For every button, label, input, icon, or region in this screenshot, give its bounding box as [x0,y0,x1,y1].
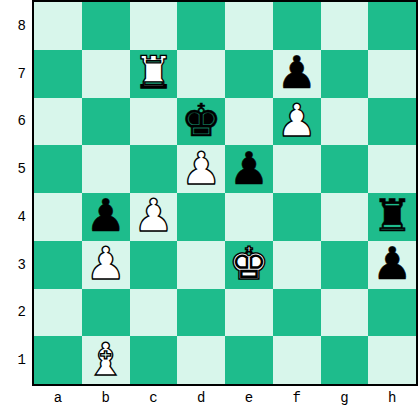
file-label-c: c [130,389,178,406]
rank-label-8: 8 [0,2,32,50]
square-b3[interactable]: ♟ [82,241,130,289]
square-d2[interactable] [177,289,225,337]
square-f2[interactable] [273,289,321,337]
square-b1[interactable]: ♝ [82,336,130,384]
black-pawn-h3[interactable]: ♟ [372,241,412,286]
file-label-b: b [82,389,130,406]
square-h4[interactable]: ♜ [368,193,416,241]
white-pawn-d5[interactable]: ♟ [181,146,221,191]
square-a5[interactable] [34,145,82,193]
rank-label-2: 2 [0,289,32,337]
square-f5[interactable] [273,145,321,193]
square-e5[interactable]: ♟ [225,145,273,193]
square-a8[interactable] [34,2,82,50]
square-h6[interactable] [368,98,416,146]
square-e4[interactable] [225,193,273,241]
square-g2[interactable] [321,289,369,337]
square-h7[interactable] [368,50,416,98]
square-d7[interactable] [177,50,225,98]
square-h8[interactable] [368,2,416,50]
square-c3[interactable] [130,241,178,289]
square-e7[interactable] [225,50,273,98]
white-pawn-b3[interactable]: ♟ [85,241,125,286]
square-h5[interactable] [368,145,416,193]
black-pawn-f7[interactable]: ♟ [276,50,316,95]
square-g8[interactable] [321,2,369,50]
square-a4[interactable] [34,193,82,241]
chess-diagram: 87654321 ♜♟♚♟♟♟♟♟♜♟♚♟♝ abcdefgh [0,0,418,418]
square-a3[interactable] [34,241,82,289]
black-pawn-e5[interactable]: ♟ [229,146,269,191]
square-d1[interactable] [177,336,225,384]
square-e2[interactable] [225,289,273,337]
square-b8[interactable] [82,2,130,50]
rank-label-4: 4 [0,193,32,241]
square-c5[interactable] [130,145,178,193]
square-g5[interactable] [321,145,369,193]
black-pawn-b4[interactable]: ♟ [85,193,125,238]
square-b4[interactable]: ♟ [82,193,130,241]
square-g6[interactable] [321,98,369,146]
square-d4[interactable] [177,193,225,241]
rank-label-6: 6 [0,98,32,146]
square-f1[interactable] [273,336,321,384]
square-g1[interactable] [321,336,369,384]
square-e8[interactable] [225,2,273,50]
square-g7[interactable] [321,50,369,98]
square-b6[interactable] [82,98,130,146]
square-a2[interactable] [34,289,82,337]
square-g3[interactable] [321,241,369,289]
file-label-f: f [273,389,321,406]
square-a7[interactable] [34,50,82,98]
white-pawn-c4[interactable]: ♟ [133,193,173,238]
square-h2[interactable] [368,289,416,337]
square-h1[interactable] [368,336,416,384]
square-d5[interactable]: ♟ [177,145,225,193]
square-c1[interactable] [130,336,178,384]
white-king-e3[interactable]: ♚ [229,241,269,286]
rank-label-7: 7 [0,50,32,98]
square-c4[interactable]: ♟ [130,193,178,241]
square-e3[interactable]: ♚ [225,241,273,289]
file-label-d: d [177,389,225,406]
white-rook-c7[interactable]: ♜ [133,50,173,95]
square-b2[interactable] [82,289,130,337]
square-h3[interactable]: ♟ [368,241,416,289]
square-f8[interactable] [273,2,321,50]
rank-label-3: 3 [0,241,32,289]
square-a6[interactable] [34,98,82,146]
square-f6[interactable]: ♟ [273,98,321,146]
file-labels: abcdefgh [34,389,416,406]
black-rook-h4[interactable]: ♜ [372,193,412,238]
square-f3[interactable] [273,241,321,289]
square-c6[interactable] [130,98,178,146]
file-label-g: g [321,389,369,406]
rank-label-5: 5 [0,145,32,193]
file-label-a: a [34,389,82,406]
square-b7[interactable] [82,50,130,98]
square-f4[interactable] [273,193,321,241]
square-a1[interactable] [34,336,82,384]
white-bishop-b1[interactable]: ♝ [85,337,125,382]
square-d3[interactable] [177,241,225,289]
black-king-d6[interactable]: ♚ [181,98,221,143]
square-b5[interactable] [82,145,130,193]
white-pawn-f6[interactable]: ♟ [276,98,316,143]
square-c2[interactable] [130,289,178,337]
file-label-h: h [368,389,416,406]
chess-board: ♜♟♚♟♟♟♟♟♜♟♚♟♝ [32,0,418,386]
rank-label-1: 1 [0,336,32,384]
square-e6[interactable] [225,98,273,146]
square-g4[interactable] [321,193,369,241]
square-c7[interactable]: ♜ [130,50,178,98]
square-d8[interactable] [177,2,225,50]
square-c8[interactable] [130,2,178,50]
rank-labels: 87654321 [0,2,32,384]
square-f7[interactable]: ♟ [273,50,321,98]
square-d6[interactable]: ♚ [177,98,225,146]
square-e1[interactable] [225,336,273,384]
file-label-e: e [225,389,273,406]
